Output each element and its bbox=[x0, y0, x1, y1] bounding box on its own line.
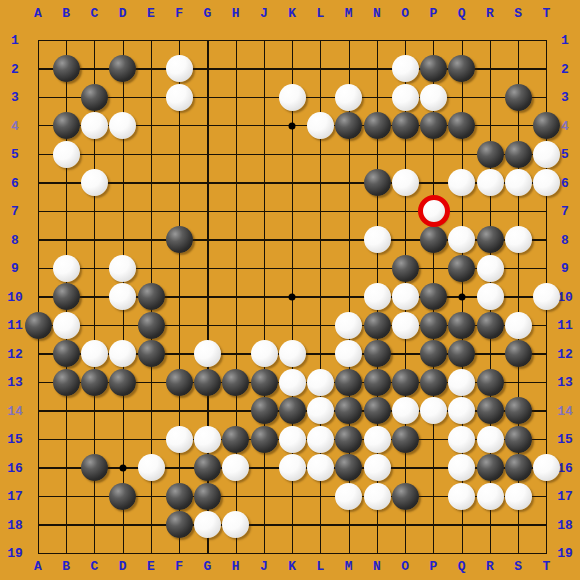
intersection-B5[interactable] bbox=[52, 140, 80, 169]
intersection-J4[interactable] bbox=[250, 111, 278, 140]
intersection-F8[interactable] bbox=[165, 225, 193, 254]
intersection-R16[interactable] bbox=[476, 453, 504, 482]
intersection-E6[interactable] bbox=[137, 168, 165, 197]
intersection-Q1[interactable] bbox=[448, 26, 476, 55]
intersection-F1[interactable] bbox=[165, 26, 193, 55]
intersection-A7[interactable] bbox=[24, 197, 52, 226]
intersection-O12[interactable] bbox=[391, 339, 419, 368]
intersection-L14[interactable] bbox=[306, 396, 334, 425]
intersection-O14[interactable] bbox=[391, 396, 419, 425]
intersection-M17[interactable] bbox=[335, 482, 363, 511]
intersection-H9[interactable] bbox=[222, 254, 250, 283]
intersection-G6[interactable] bbox=[193, 168, 221, 197]
intersection-E3[interactable] bbox=[137, 83, 165, 112]
intersection-L1[interactable] bbox=[306, 26, 334, 55]
intersection-N14[interactable] bbox=[363, 396, 391, 425]
intersection-P4[interactable] bbox=[419, 111, 447, 140]
intersection-D11[interactable] bbox=[109, 311, 137, 340]
intersection-O15[interactable] bbox=[391, 425, 419, 454]
intersection-E17[interactable] bbox=[137, 482, 165, 511]
intersection-S9[interactable] bbox=[504, 254, 532, 283]
intersection-M13[interactable] bbox=[335, 368, 363, 397]
intersection-G2[interactable] bbox=[193, 54, 221, 83]
intersection-T8[interactable] bbox=[532, 225, 560, 254]
intersection-S1[interactable] bbox=[504, 26, 532, 55]
intersection-H12[interactable] bbox=[222, 339, 250, 368]
intersection-S4[interactable] bbox=[504, 111, 532, 140]
intersection-M8[interactable] bbox=[335, 225, 363, 254]
intersection-R8[interactable] bbox=[476, 225, 504, 254]
intersection-F4[interactable] bbox=[165, 111, 193, 140]
intersection-Q7[interactable] bbox=[448, 197, 476, 226]
intersection-D4[interactable] bbox=[109, 111, 137, 140]
intersection-G11[interactable] bbox=[193, 311, 221, 340]
intersection-A15[interactable] bbox=[24, 425, 52, 454]
intersection-J16[interactable] bbox=[250, 453, 278, 482]
intersection-K18[interactable] bbox=[278, 510, 306, 539]
intersection-T9[interactable] bbox=[532, 254, 560, 283]
intersection-G4[interactable] bbox=[193, 111, 221, 140]
intersection-B12[interactable] bbox=[52, 339, 80, 368]
intersection-L15[interactable] bbox=[306, 425, 334, 454]
intersection-P11[interactable] bbox=[419, 311, 447, 340]
intersection-S16[interactable] bbox=[504, 453, 532, 482]
intersection-F11[interactable] bbox=[165, 311, 193, 340]
intersection-C5[interactable] bbox=[80, 140, 108, 169]
intersection-L5[interactable] bbox=[306, 140, 334, 169]
intersection-M18[interactable] bbox=[335, 510, 363, 539]
intersection-H5[interactable] bbox=[222, 140, 250, 169]
intersection-Q5[interactable] bbox=[448, 140, 476, 169]
intersection-E4[interactable] bbox=[137, 111, 165, 140]
intersection-B8[interactable] bbox=[52, 225, 80, 254]
intersection-G3[interactable] bbox=[193, 83, 221, 112]
intersection-P1[interactable] bbox=[419, 26, 447, 55]
intersection-M10[interactable] bbox=[335, 282, 363, 311]
intersection-M9[interactable] bbox=[335, 254, 363, 283]
intersection-C15[interactable] bbox=[80, 425, 108, 454]
intersection-R4[interactable] bbox=[476, 111, 504, 140]
intersection-P7[interactable] bbox=[419, 197, 447, 226]
intersection-L8[interactable] bbox=[306, 225, 334, 254]
intersection-G16[interactable] bbox=[193, 453, 221, 482]
intersection-A6[interactable] bbox=[24, 168, 52, 197]
intersection-N13[interactable] bbox=[363, 368, 391, 397]
intersection-P12[interactable] bbox=[419, 339, 447, 368]
intersection-Q16[interactable] bbox=[448, 453, 476, 482]
intersection-K12[interactable] bbox=[278, 339, 306, 368]
intersection-R7[interactable] bbox=[476, 197, 504, 226]
intersection-D18[interactable] bbox=[109, 510, 137, 539]
intersection-L11[interactable] bbox=[306, 311, 334, 340]
intersection-H2[interactable] bbox=[222, 54, 250, 83]
intersection-S10[interactable] bbox=[504, 282, 532, 311]
intersection-P2[interactable] bbox=[419, 54, 447, 83]
intersection-O2[interactable] bbox=[391, 54, 419, 83]
intersection-E13[interactable] bbox=[137, 368, 165, 397]
intersection-P10[interactable] bbox=[419, 282, 447, 311]
intersection-D7[interactable] bbox=[109, 197, 137, 226]
intersection-M15[interactable] bbox=[335, 425, 363, 454]
intersection-R3[interactable] bbox=[476, 83, 504, 112]
intersection-O3[interactable] bbox=[391, 83, 419, 112]
intersection-B3[interactable] bbox=[52, 83, 80, 112]
intersection-A17[interactable] bbox=[24, 482, 52, 511]
intersection-E12[interactable] bbox=[137, 339, 165, 368]
intersection-H14[interactable] bbox=[222, 396, 250, 425]
intersection-P18[interactable] bbox=[419, 510, 447, 539]
intersection-O16[interactable] bbox=[391, 453, 419, 482]
intersection-R10[interactable] bbox=[476, 282, 504, 311]
intersection-A12[interactable] bbox=[24, 339, 52, 368]
intersection-J7[interactable] bbox=[250, 197, 278, 226]
intersection-Q12[interactable] bbox=[448, 339, 476, 368]
intersection-H16[interactable] bbox=[222, 453, 250, 482]
intersection-A14[interactable] bbox=[24, 396, 52, 425]
intersection-R11[interactable] bbox=[476, 311, 504, 340]
intersection-A1[interactable] bbox=[24, 26, 52, 55]
intersection-O11[interactable] bbox=[391, 311, 419, 340]
intersection-K17[interactable] bbox=[278, 482, 306, 511]
intersection-J5[interactable] bbox=[250, 140, 278, 169]
intersection-C14[interactable] bbox=[80, 396, 108, 425]
intersection-R9[interactable] bbox=[476, 254, 504, 283]
intersection-R1[interactable] bbox=[476, 26, 504, 55]
intersection-C12[interactable] bbox=[80, 339, 108, 368]
intersection-R18[interactable] bbox=[476, 510, 504, 539]
intersection-N18[interactable] bbox=[363, 510, 391, 539]
intersection-T16[interactable] bbox=[532, 453, 560, 482]
intersection-K14[interactable] bbox=[278, 396, 306, 425]
intersection-O9[interactable] bbox=[391, 254, 419, 283]
intersection-Q8[interactable] bbox=[448, 225, 476, 254]
intersection-O18[interactable] bbox=[391, 510, 419, 539]
intersection-T4[interactable] bbox=[532, 111, 560, 140]
intersection-S15[interactable] bbox=[504, 425, 532, 454]
intersection-C1[interactable] bbox=[80, 26, 108, 55]
intersection-N11[interactable] bbox=[363, 311, 391, 340]
intersection-M6[interactable] bbox=[335, 168, 363, 197]
intersection-D14[interactable] bbox=[109, 396, 137, 425]
intersection-S6[interactable] bbox=[504, 168, 532, 197]
intersection-B15[interactable] bbox=[52, 425, 80, 454]
intersection-O7[interactable] bbox=[391, 197, 419, 226]
intersection-T1[interactable] bbox=[532, 26, 560, 55]
intersection-H17[interactable] bbox=[222, 482, 250, 511]
intersection-L3[interactable] bbox=[306, 83, 334, 112]
intersection-S8[interactable] bbox=[504, 225, 532, 254]
intersection-T5[interactable] bbox=[532, 140, 560, 169]
intersection-B11[interactable] bbox=[52, 311, 80, 340]
intersection-N17[interactable] bbox=[363, 482, 391, 511]
intersection-E16[interactable] bbox=[137, 453, 165, 482]
intersection-S2[interactable] bbox=[504, 54, 532, 83]
intersection-L6[interactable] bbox=[306, 168, 334, 197]
intersection-P6[interactable] bbox=[419, 168, 447, 197]
intersection-M16[interactable] bbox=[335, 453, 363, 482]
intersection-P3[interactable] bbox=[419, 83, 447, 112]
intersection-L2[interactable] bbox=[306, 54, 334, 83]
intersection-T3[interactable] bbox=[532, 83, 560, 112]
intersection-E15[interactable] bbox=[137, 425, 165, 454]
intersection-T10[interactable] bbox=[532, 282, 560, 311]
intersection-R17[interactable] bbox=[476, 482, 504, 511]
intersection-C2[interactable] bbox=[80, 54, 108, 83]
intersection-D12[interactable] bbox=[109, 339, 137, 368]
intersection-F2[interactable] bbox=[165, 54, 193, 83]
intersection-P5[interactable] bbox=[419, 140, 447, 169]
intersection-M3[interactable] bbox=[335, 83, 363, 112]
intersection-C11[interactable] bbox=[80, 311, 108, 340]
intersection-F18[interactable] bbox=[165, 510, 193, 539]
intersection-O10[interactable] bbox=[391, 282, 419, 311]
intersection-G18[interactable] bbox=[193, 510, 221, 539]
intersection-M1[interactable] bbox=[335, 26, 363, 55]
intersection-N5[interactable] bbox=[363, 140, 391, 169]
intersection-R6[interactable] bbox=[476, 168, 504, 197]
intersection-G17[interactable] bbox=[193, 482, 221, 511]
intersection-B7[interactable] bbox=[52, 197, 80, 226]
intersection-B6[interactable] bbox=[52, 168, 80, 197]
intersection-L7[interactable] bbox=[306, 197, 334, 226]
intersection-M5[interactable] bbox=[335, 140, 363, 169]
intersection-B4[interactable] bbox=[52, 111, 80, 140]
intersection-D13[interactable] bbox=[109, 368, 137, 397]
intersection-E7[interactable] bbox=[137, 197, 165, 226]
intersection-O13[interactable] bbox=[391, 368, 419, 397]
intersection-A16[interactable] bbox=[24, 453, 52, 482]
intersection-P13[interactable] bbox=[419, 368, 447, 397]
intersection-A8[interactable] bbox=[24, 225, 52, 254]
intersection-L4[interactable] bbox=[306, 111, 334, 140]
intersection-H11[interactable] bbox=[222, 311, 250, 340]
intersection-K1[interactable] bbox=[278, 26, 306, 55]
intersection-Q2[interactable] bbox=[448, 54, 476, 83]
intersection-G7[interactable] bbox=[193, 197, 221, 226]
intersection-C6[interactable] bbox=[80, 168, 108, 197]
intersection-N16[interactable] bbox=[363, 453, 391, 482]
intersection-C16[interactable] bbox=[80, 453, 108, 482]
intersection-K9[interactable] bbox=[278, 254, 306, 283]
intersection-S5[interactable] bbox=[504, 140, 532, 169]
intersection-N4[interactable] bbox=[363, 111, 391, 140]
intersection-L9[interactable] bbox=[306, 254, 334, 283]
intersection-O1[interactable] bbox=[391, 26, 419, 55]
intersection-B18[interactable] bbox=[52, 510, 80, 539]
intersection-M2[interactable] bbox=[335, 54, 363, 83]
intersection-F5[interactable] bbox=[165, 140, 193, 169]
intersection-Q9[interactable] bbox=[448, 254, 476, 283]
intersection-G10[interactable] bbox=[193, 282, 221, 311]
intersection-P9[interactable] bbox=[419, 254, 447, 283]
intersection-Q18[interactable] bbox=[448, 510, 476, 539]
intersection-P16[interactable] bbox=[419, 453, 447, 482]
intersection-H8[interactable] bbox=[222, 225, 250, 254]
intersection-K13[interactable] bbox=[278, 368, 306, 397]
intersection-K5[interactable] bbox=[278, 140, 306, 169]
intersection-K3[interactable] bbox=[278, 83, 306, 112]
intersection-Q4[interactable] bbox=[448, 111, 476, 140]
intersection-G15[interactable] bbox=[193, 425, 221, 454]
intersection-J11[interactable] bbox=[250, 311, 278, 340]
intersection-C9[interactable] bbox=[80, 254, 108, 283]
intersection-F9[interactable] bbox=[165, 254, 193, 283]
intersection-F17[interactable] bbox=[165, 482, 193, 511]
intersection-E2[interactable] bbox=[137, 54, 165, 83]
intersection-Q14[interactable] bbox=[448, 396, 476, 425]
intersection-R13[interactable] bbox=[476, 368, 504, 397]
intersection-B1[interactable] bbox=[52, 26, 80, 55]
intersection-O4[interactable] bbox=[391, 111, 419, 140]
intersection-L16[interactable] bbox=[306, 453, 334, 482]
intersection-D6[interactable] bbox=[109, 168, 137, 197]
intersection-D17[interactable] bbox=[109, 482, 137, 511]
intersection-N9[interactable] bbox=[363, 254, 391, 283]
intersection-Q13[interactable] bbox=[448, 368, 476, 397]
intersection-A2[interactable] bbox=[24, 54, 52, 83]
intersection-K2[interactable] bbox=[278, 54, 306, 83]
intersection-B17[interactable] bbox=[52, 482, 80, 511]
intersection-C7[interactable] bbox=[80, 197, 108, 226]
intersection-F13[interactable] bbox=[165, 368, 193, 397]
intersection-M11[interactable] bbox=[335, 311, 363, 340]
intersection-G12[interactable] bbox=[193, 339, 221, 368]
intersection-A5[interactable] bbox=[24, 140, 52, 169]
intersection-J13[interactable] bbox=[250, 368, 278, 397]
intersection-E8[interactable] bbox=[137, 225, 165, 254]
intersection-G9[interactable] bbox=[193, 254, 221, 283]
intersection-O6[interactable] bbox=[391, 168, 419, 197]
intersection-N2[interactable] bbox=[363, 54, 391, 83]
intersection-C10[interactable] bbox=[80, 282, 108, 311]
intersection-J17[interactable] bbox=[250, 482, 278, 511]
intersection-H7[interactable] bbox=[222, 197, 250, 226]
intersection-H3[interactable] bbox=[222, 83, 250, 112]
intersection-S13[interactable] bbox=[504, 368, 532, 397]
intersection-C4[interactable] bbox=[80, 111, 108, 140]
intersection-P15[interactable] bbox=[419, 425, 447, 454]
intersection-P8[interactable] bbox=[419, 225, 447, 254]
intersection-F15[interactable] bbox=[165, 425, 193, 454]
intersection-D15[interactable] bbox=[109, 425, 137, 454]
intersection-F16[interactable] bbox=[165, 453, 193, 482]
intersection-J9[interactable] bbox=[250, 254, 278, 283]
intersection-O8[interactable] bbox=[391, 225, 419, 254]
intersection-S7[interactable] bbox=[504, 197, 532, 226]
intersection-G1[interactable] bbox=[193, 26, 221, 55]
intersection-S14[interactable] bbox=[504, 396, 532, 425]
intersection-H10[interactable] bbox=[222, 282, 250, 311]
intersection-O5[interactable] bbox=[391, 140, 419, 169]
intersection-N15[interactable] bbox=[363, 425, 391, 454]
intersection-Q3[interactable] bbox=[448, 83, 476, 112]
intersection-E1[interactable] bbox=[137, 26, 165, 55]
intersection-D8[interactable] bbox=[109, 225, 137, 254]
intersection-G8[interactable] bbox=[193, 225, 221, 254]
intersection-N1[interactable] bbox=[363, 26, 391, 55]
intersection-N12[interactable] bbox=[363, 339, 391, 368]
intersection-K7[interactable] bbox=[278, 197, 306, 226]
intersection-B10[interactable] bbox=[52, 282, 80, 311]
intersection-J12[interactable] bbox=[250, 339, 278, 368]
intersection-S17[interactable] bbox=[504, 482, 532, 511]
intersection-J14[interactable] bbox=[250, 396, 278, 425]
intersection-Q15[interactable] bbox=[448, 425, 476, 454]
intersection-L13[interactable] bbox=[306, 368, 334, 397]
intersection-A3[interactable] bbox=[24, 83, 52, 112]
intersection-G13[interactable] bbox=[193, 368, 221, 397]
intersection-P14[interactable] bbox=[419, 396, 447, 425]
intersection-A13[interactable] bbox=[24, 368, 52, 397]
intersection-M14[interactable] bbox=[335, 396, 363, 425]
intersection-H6[interactable] bbox=[222, 168, 250, 197]
intersection-F6[interactable] bbox=[165, 168, 193, 197]
intersection-K8[interactable] bbox=[278, 225, 306, 254]
intersection-A9[interactable] bbox=[24, 254, 52, 283]
intersection-L18[interactable] bbox=[306, 510, 334, 539]
intersection-H1[interactable] bbox=[222, 26, 250, 55]
intersection-J2[interactable] bbox=[250, 54, 278, 83]
intersection-K6[interactable] bbox=[278, 168, 306, 197]
intersection-S3[interactable] bbox=[504, 83, 532, 112]
intersection-A4[interactable] bbox=[24, 111, 52, 140]
intersection-L10[interactable] bbox=[306, 282, 334, 311]
intersection-K11[interactable] bbox=[278, 311, 306, 340]
intersection-J10[interactable] bbox=[250, 282, 278, 311]
intersection-H4[interactable] bbox=[222, 111, 250, 140]
intersection-S11[interactable] bbox=[504, 311, 532, 340]
intersection-R14[interactable] bbox=[476, 396, 504, 425]
intersection-J6[interactable] bbox=[250, 168, 278, 197]
intersection-A18[interactable] bbox=[24, 510, 52, 539]
intersection-T7[interactable] bbox=[532, 197, 560, 226]
intersection-B13[interactable] bbox=[52, 368, 80, 397]
intersection-P17[interactable] bbox=[419, 482, 447, 511]
intersection-N7[interactable] bbox=[363, 197, 391, 226]
intersection-D10[interactable] bbox=[109, 282, 137, 311]
intersection-M12[interactable] bbox=[335, 339, 363, 368]
intersection-J15[interactable] bbox=[250, 425, 278, 454]
intersection-G5[interactable] bbox=[193, 140, 221, 169]
intersection-F14[interactable] bbox=[165, 396, 193, 425]
intersection-K16[interactable] bbox=[278, 453, 306, 482]
intersection-R2[interactable] bbox=[476, 54, 504, 83]
intersection-J1[interactable] bbox=[250, 26, 278, 55]
intersection-T2[interactable] bbox=[532, 54, 560, 83]
intersection-M7[interactable] bbox=[335, 197, 363, 226]
intersection-C8[interactable] bbox=[80, 225, 108, 254]
intersection-R5[interactable] bbox=[476, 140, 504, 169]
intersection-T6[interactable] bbox=[532, 168, 560, 197]
intersection-C18[interactable] bbox=[80, 510, 108, 539]
intersection-N6[interactable] bbox=[363, 168, 391, 197]
intersection-N8[interactable] bbox=[363, 225, 391, 254]
intersection-B16[interactable] bbox=[52, 453, 80, 482]
intersection-J8[interactable] bbox=[250, 225, 278, 254]
intersection-E14[interactable] bbox=[137, 396, 165, 425]
intersection-B9[interactable] bbox=[52, 254, 80, 283]
intersection-H15[interactable] bbox=[222, 425, 250, 454]
intersection-A10[interactable] bbox=[24, 282, 52, 311]
intersection-C17[interactable] bbox=[80, 482, 108, 511]
intersection-F12[interactable] bbox=[165, 339, 193, 368]
intersection-D3[interactable] bbox=[109, 83, 137, 112]
intersection-G14[interactable] bbox=[193, 396, 221, 425]
intersection-F7[interactable] bbox=[165, 197, 193, 226]
intersection-B2[interactable] bbox=[52, 54, 80, 83]
intersection-H13[interactable] bbox=[222, 368, 250, 397]
intersection-M4[interactable] bbox=[335, 111, 363, 140]
